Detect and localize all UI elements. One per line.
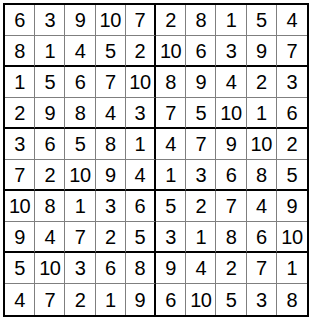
sudoku-cell-r10c9: 3 — [247, 284, 277, 315]
sudoku-cell-r3c1: 1 — [5, 67, 35, 98]
sudoku-cell-r10c10: 8 — [277, 284, 307, 315]
sudoku-cell-r2c3: 4 — [65, 36, 95, 67]
sudoku-cell-r9c5: 8 — [126, 253, 156, 284]
sudoku-cell-r6c7: 3 — [186, 160, 216, 191]
sudoku-cell-r4c8: 10 — [216, 98, 246, 129]
sudoku-cell-r5c10: 2 — [277, 129, 307, 160]
sudoku-cell-r4c9: 1 — [247, 98, 277, 129]
sudoku-cell-r4c5: 3 — [126, 98, 156, 129]
sudoku-cell-r7c5: 6 — [126, 191, 156, 222]
sudoku-cell-r3c3: 6 — [65, 67, 95, 98]
sudoku-cell-r3c8: 4 — [216, 67, 246, 98]
sudoku-cell-r2c10: 7 — [277, 36, 307, 67]
sudoku-cell-r3c6: 8 — [156, 67, 186, 98]
sudoku-cell-r2c8: 3 — [216, 36, 246, 67]
sudoku-cell-r1c4: 10 — [96, 5, 126, 36]
sudoku-cell-r8c2: 4 — [35, 222, 65, 253]
sudoku-cell-r8c10: 10 — [277, 222, 307, 253]
sudoku-cell-r5c3: 5 — [65, 129, 95, 160]
sudoku-cell-r8c5: 5 — [126, 222, 156, 253]
sudoku-cell-r8c7: 1 — [186, 222, 216, 253]
sudoku-cell-r10c1: 4 — [5, 284, 35, 315]
sudoku-cell-r6c3: 10 — [65, 160, 95, 191]
sudoku-cell-r8c8: 8 — [216, 222, 246, 253]
sudoku-cell-r5c1: 3 — [5, 129, 35, 160]
sudoku-cell-r8c4: 2 — [96, 222, 126, 253]
sudoku-cell-r4c10: 6 — [277, 98, 307, 129]
sudoku-cell-r10c7: 10 — [186, 284, 216, 315]
sudoku-cell-r9c10: 1 — [277, 253, 307, 284]
sudoku-cell-r1c5: 7 — [126, 5, 156, 36]
sudoku-cell-r10c5: 9 — [126, 284, 156, 315]
sudoku-cell-r8c9: 6 — [247, 222, 277, 253]
sudoku-cell-r9c9: 7 — [247, 253, 277, 284]
sudoku-cell-r6c6: 1 — [156, 160, 186, 191]
sudoku-cell-r9c7: 4 — [186, 253, 216, 284]
page-background: 6391072815481452106397156710894232984375… — [0, 0, 312, 320]
sudoku-cell-r5c6: 4 — [156, 129, 186, 160]
sudoku-cell-r10c2: 7 — [35, 284, 65, 315]
sudoku-board: 6391072815481452106397156710894232984375… — [3, 3, 309, 317]
sudoku-cell-r3c4: 7 — [96, 67, 126, 98]
sudoku-cell-r3c5: 10 — [126, 67, 156, 98]
sudoku-cell-r6c2: 2 — [35, 160, 65, 191]
sudoku-cell-r7c9: 4 — [247, 191, 277, 222]
sudoku-cell-r5c2: 6 — [35, 129, 65, 160]
sudoku-cell-r2c6: 10 — [156, 36, 186, 67]
sudoku-cell-r6c1: 7 — [5, 160, 35, 191]
sudoku-cell-r1c1: 6 — [5, 5, 35, 36]
sudoku-cell-r10c8: 5 — [216, 284, 246, 315]
sudoku-cell-r7c6: 5 — [156, 191, 186, 222]
sudoku-cell-r5c9: 10 — [247, 129, 277, 160]
sudoku-cell-r10c3: 2 — [65, 284, 95, 315]
sudoku-cell-r3c2: 5 — [35, 67, 65, 98]
sudoku-cell-r10c6: 6 — [156, 284, 186, 315]
sudoku-cell-r8c3: 7 — [65, 222, 95, 253]
sudoku-cell-r1c3: 9 — [65, 5, 95, 36]
sudoku-cell-r7c4: 3 — [96, 191, 126, 222]
sudoku-cell-r7c3: 1 — [65, 191, 95, 222]
sudoku-cell-r4c3: 8 — [65, 98, 95, 129]
sudoku-cell-r10c4: 1 — [96, 284, 126, 315]
sudoku-cell-r7c8: 7 — [216, 191, 246, 222]
sudoku-cell-r4c4: 4 — [96, 98, 126, 129]
sudoku-cell-r2c1: 8 — [5, 36, 35, 67]
sudoku-cell-r8c6: 3 — [156, 222, 186, 253]
sudoku-cell-r9c4: 6 — [96, 253, 126, 284]
sudoku-cell-r6c4: 9 — [96, 160, 126, 191]
sudoku-cell-r5c7: 7 — [186, 129, 216, 160]
sudoku-cell-r2c4: 5 — [96, 36, 126, 67]
sudoku-cell-r9c8: 2 — [216, 253, 246, 284]
sudoku-cell-r4c6: 7 — [156, 98, 186, 129]
sudoku-cell-r3c9: 2 — [247, 67, 277, 98]
sudoku-cell-r4c7: 5 — [186, 98, 216, 129]
sudoku-cell-r6c8: 6 — [216, 160, 246, 191]
sudoku-cell-r6c10: 5 — [277, 160, 307, 191]
sudoku-cell-r2c9: 9 — [247, 36, 277, 67]
sudoku-cell-r4c1: 2 — [5, 98, 35, 129]
sudoku-cell-r6c9: 8 — [247, 160, 277, 191]
sudoku-cell-r9c6: 9 — [156, 253, 186, 284]
sudoku-cell-r1c6: 2 — [156, 5, 186, 36]
sudoku-cell-r1c7: 8 — [186, 5, 216, 36]
sudoku-cell-r5c4: 8 — [96, 129, 126, 160]
sudoku-cell-r1c8: 1 — [216, 5, 246, 36]
sudoku-cell-r9c2: 10 — [35, 253, 65, 284]
sudoku-cell-r8c1: 9 — [5, 222, 35, 253]
sudoku-cell-r3c10: 3 — [277, 67, 307, 98]
sudoku-cell-r7c1: 10 — [5, 191, 35, 222]
sudoku-cell-r7c10: 9 — [277, 191, 307, 222]
sudoku-cell-r2c7: 6 — [186, 36, 216, 67]
sudoku-cell-r9c1: 5 — [5, 253, 35, 284]
sudoku-cell-r2c2: 1 — [35, 36, 65, 67]
sudoku-cell-r1c10: 4 — [277, 5, 307, 36]
sudoku-cell-r7c2: 8 — [35, 191, 65, 222]
sudoku-cell-r5c8: 9 — [216, 129, 246, 160]
sudoku-cell-r4c2: 9 — [35, 98, 65, 129]
sudoku-cell-r9c3: 3 — [65, 253, 95, 284]
sudoku-cell-r1c9: 5 — [247, 5, 277, 36]
sudoku-cell-r6c5: 4 — [126, 160, 156, 191]
sudoku-cell-r7c7: 2 — [186, 191, 216, 222]
sudoku-cell-r1c2: 3 — [35, 5, 65, 36]
sudoku-cell-r2c5: 2 — [126, 36, 156, 67]
sudoku-cell-r3c7: 9 — [186, 67, 216, 98]
sudoku-cell-r5c5: 1 — [126, 129, 156, 160]
